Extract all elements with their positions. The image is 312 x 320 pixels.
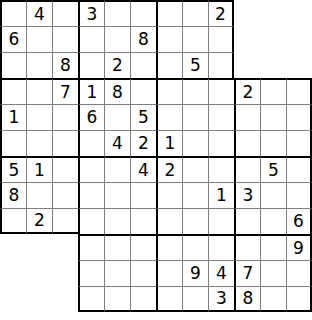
empty-cell-r4c11[interactable] [260,78,286,104]
empty-cell-r12c6[interactable] [130,286,156,312]
empty-cell-r2c8[interactable] [182,26,208,52]
empty-cell-r9c9[interactable] [208,208,234,234]
given-cell-r2c6: 8 [130,26,156,52]
empty-cell-r9c11[interactable] [260,208,286,234]
empty-cell-r6c11[interactable] [260,130,286,156]
empty-cell-r9c5[interactable] [104,208,130,234]
given-cell-r3c3: 8 [52,52,78,78]
empty-cell-r2c4[interactable] [78,26,104,52]
empty-cell-r8c2[interactable] [26,182,52,208]
empty-cell-r9c6[interactable] [130,208,156,234]
empty-cell-r5c5[interactable] [104,104,130,130]
given-cell-r11c10: 7 [234,260,260,286]
given-cell-r2c1: 6 [0,26,26,52]
void-r3c12 [286,52,312,78]
empty-cell-r12c4[interactable] [78,286,104,312]
given-cell-r4c4: 1 [78,78,104,104]
empty-cell-r9c10[interactable] [234,208,260,234]
given-cell-r9c12: 6 [286,208,312,234]
given-cell-r3c5: 2 [104,52,130,78]
empty-cell-r12c8[interactable] [182,286,208,312]
empty-cell-r6c4[interactable] [78,130,104,156]
empty-cell-r10c4[interactable] [78,234,104,260]
given-cell-r6c5: 4 [104,130,130,156]
empty-cell-r8c12[interactable] [286,182,312,208]
empty-cell-r7c8[interactable] [182,156,208,182]
given-cell-r1c2: 4 [26,0,52,26]
empty-cell-r6c8[interactable] [182,130,208,156]
void-r3c11 [260,52,286,78]
empty-cell-r8c8[interactable] [182,182,208,208]
void-r3c10 [234,52,260,78]
empty-cell-r4c6[interactable] [130,78,156,104]
given-cell-r10c12: 9 [286,234,312,260]
void-r10c3 [52,234,78,260]
given-cell-r7c6: 4 [130,156,156,182]
empty-cell-r3c6[interactable] [130,52,156,78]
empty-cell-r10c10[interactable] [234,234,260,260]
empty-cell-r3c9[interactable] [208,52,234,78]
empty-cell-r7c3[interactable] [52,156,78,182]
void-r10c2 [26,234,52,260]
empty-cell-r1c1[interactable] [0,0,26,26]
void-r12c2 [26,286,52,312]
sudoku-board: 4326882571821654215142581326994738 [0,0,312,312]
given-cell-r8c1: 8 [0,182,26,208]
void-r12c1 [0,286,26,312]
empty-cell-r5c8[interactable] [182,104,208,130]
empty-cell-r11c11[interactable] [260,260,286,286]
empty-cell-r4c12[interactable] [286,78,312,104]
empty-cell-r11c7[interactable] [156,260,182,286]
given-cell-r4c10: 2 [234,78,260,104]
given-cell-r5c1: 1 [0,104,26,130]
void-r12c3 [52,286,78,312]
empty-cell-r4c8[interactable] [182,78,208,104]
empty-cell-r2c9[interactable] [208,26,234,52]
empty-cell-r10c11[interactable] [260,234,286,260]
given-cell-r5c4: 6 [78,104,104,130]
empty-cell-r10c5[interactable] [104,234,130,260]
given-cell-r4c5: 8 [104,78,130,104]
empty-cell-r6c2[interactable] [26,130,52,156]
void-r11c2 [26,260,52,286]
empty-cell-r11c12[interactable] [286,260,312,286]
void-r11c1 [0,260,26,286]
empty-cell-r10c8[interactable] [182,234,208,260]
void-r1c10 [234,0,260,26]
empty-cell-r1c3[interactable] [52,0,78,26]
empty-cell-r9c8[interactable] [182,208,208,234]
empty-cell-r7c10[interactable] [234,156,260,182]
void-r1c12 [286,0,312,26]
given-cell-r7c7: 2 [156,156,182,182]
empty-cell-r9c7[interactable] [156,208,182,234]
empty-cell-r12c7[interactable] [156,286,182,312]
empty-cell-r7c4[interactable] [78,156,104,182]
empty-cell-r11c4[interactable] [78,260,104,286]
empty-cell-r2c5[interactable] [104,26,130,52]
given-cell-r9c2: 2 [26,208,52,234]
empty-cell-r6c1[interactable] [0,130,26,156]
empty-cell-r2c2[interactable] [26,26,52,52]
empty-cell-r4c9[interactable] [208,78,234,104]
given-cell-r7c2: 1 [26,156,52,182]
empty-cell-r2c7[interactable] [156,26,182,52]
empty-cell-r1c6[interactable] [130,0,156,26]
empty-cell-r8c7[interactable] [156,182,182,208]
empty-cell-r11c6[interactable] [130,260,156,286]
empty-cell-r9c1[interactable] [0,208,26,234]
empty-cell-r6c9[interactable] [208,130,234,156]
given-cell-r1c4: 3 [78,0,104,26]
empty-cell-r7c5[interactable] [104,156,130,182]
empty-cell-r3c7[interactable] [156,52,182,78]
given-cell-r7c1: 5 [0,156,26,182]
empty-cell-r10c7[interactable] [156,234,182,260]
empty-cell-r11c5[interactable] [104,260,130,286]
empty-cell-r5c2[interactable] [26,104,52,130]
empty-cell-r5c3[interactable] [52,104,78,130]
empty-cell-r8c6[interactable] [130,182,156,208]
empty-cell-r12c5[interactable] [104,286,130,312]
empty-cell-r7c9[interactable] [208,156,234,182]
void-r2c10 [234,26,260,52]
empty-cell-r3c4[interactable] [78,52,104,78]
empty-cell-r4c2[interactable] [26,78,52,104]
void-r1c11 [260,0,286,26]
empty-cell-r12c12[interactable] [286,286,312,312]
void-r2c11 [260,26,286,52]
void-r2c12 [286,26,312,52]
empty-cell-r9c3[interactable] [52,208,78,234]
empty-cell-r12c11[interactable] [260,286,286,312]
empty-cell-r8c5[interactable] [104,182,130,208]
empty-cell-r3c2[interactable] [26,52,52,78]
empty-cell-r1c5[interactable] [104,0,130,26]
empty-cell-r1c8[interactable] [182,0,208,26]
empty-cell-r7c12[interactable] [286,156,312,182]
empty-cell-r2c3[interactable] [52,26,78,52]
given-cell-r7c11: 5 [260,156,286,182]
given-cell-r8c10: 3 [234,182,260,208]
given-cell-r12c10: 8 [234,286,260,312]
given-cell-r1c9: 2 [208,0,234,26]
given-cell-r6c6: 2 [130,130,156,156]
empty-cell-r8c11[interactable] [260,182,286,208]
empty-cell-r6c10[interactable] [234,130,260,156]
empty-cell-r3c1[interactable] [0,52,26,78]
given-cell-r3c8: 5 [182,52,208,78]
empty-cell-r8c4[interactable] [78,182,104,208]
empty-cell-r4c1[interactable] [0,78,26,104]
empty-cell-r5c7[interactable] [156,104,182,130]
empty-cell-r5c11[interactable] [260,104,286,130]
empty-cell-r5c12[interactable] [286,104,312,130]
empty-cell-r5c9[interactable] [208,104,234,130]
empty-cell-r6c12[interactable] [286,130,312,156]
empty-cell-r10c6[interactable] [130,234,156,260]
empty-cell-r10c9[interactable] [208,234,234,260]
given-cell-r8c9: 1 [208,182,234,208]
void-r11c3 [52,260,78,286]
empty-cell-r6c3[interactable] [52,130,78,156]
void-r10c1 [0,234,26,260]
given-cell-r11c9: 4 [208,260,234,286]
given-cell-r6c7: 1 [156,130,182,156]
given-cell-r11c8: 9 [182,260,208,286]
empty-cell-r5c10[interactable] [234,104,260,130]
empty-cell-r8c3[interactable] [52,182,78,208]
given-cell-r12c9: 3 [208,286,234,312]
empty-cell-r9c4[interactable] [78,208,104,234]
given-cell-r5c6: 5 [130,104,156,130]
empty-cell-r1c7[interactable] [156,0,182,26]
given-cell-r4c3: 7 [52,78,78,104]
empty-cell-r4c7[interactable] [156,78,182,104]
